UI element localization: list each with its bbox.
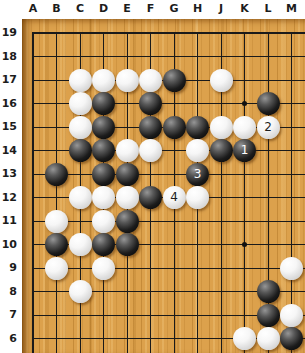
black-stone-M6[interactable]	[280, 327, 303, 350]
row-label-18: 18	[0, 49, 17, 65]
black-stone-L7[interactable]	[257, 304, 280, 327]
white-stone-C10[interactable]	[69, 233, 92, 256]
column-label-G: G	[164, 1, 184, 17]
black-stone-J14[interactable]	[210, 139, 233, 162]
grid-horizontal-line	[32, 221, 305, 222]
black-stone-L16[interactable]	[257, 92, 280, 115]
row-label-15: 15	[0, 119, 17, 135]
column-label-C: C	[70, 1, 90, 17]
black-stone-L8[interactable]	[257, 280, 280, 303]
black-stone-B13[interactable]	[45, 163, 68, 186]
row-label-6: 6	[0, 331, 17, 347]
row-label-8: 8	[0, 284, 17, 300]
white-stone-F14[interactable]	[139, 139, 162, 162]
grid-horizontal-line	[32, 56, 305, 57]
row-label-17: 17	[0, 72, 17, 88]
black-stone-B10[interactable]	[45, 233, 68, 256]
white-stone-M9[interactable]	[280, 257, 303, 280]
row-label-11: 11	[0, 213, 17, 229]
black-stone-D15[interactable]	[92, 116, 115, 139]
white-stone-E14[interactable]	[116, 139, 139, 162]
black-stone-K14[interactable]: 1	[233, 139, 256, 162]
black-stone-D10[interactable]	[92, 233, 115, 256]
white-stone-F17[interactable]	[139, 69, 162, 92]
black-stone-E11[interactable]	[116, 210, 139, 233]
row-label-16: 16	[0, 96, 17, 112]
move-number-label: 3	[194, 163, 202, 186]
white-stone-D11[interactable]	[92, 210, 115, 233]
grid-horizontal-line	[32, 174, 305, 175]
grid-horizontal-line	[32, 32, 305, 34]
move-number-label: 2	[264, 116, 272, 139]
go-board-app: ABCDEFGHJKLM1918171615141312111098762134	[0, 0, 305, 353]
white-stone-D12[interactable]	[92, 186, 115, 209]
white-stone-C15[interactable]	[69, 116, 92, 139]
black-stone-G17[interactable]	[163, 69, 186, 92]
white-stone-J15[interactable]	[210, 116, 233, 139]
white-stone-K6[interactable]	[233, 327, 256, 350]
column-label-K: K	[235, 1, 255, 17]
white-stone-E17[interactable]	[116, 69, 139, 92]
row-label-12: 12	[0, 190, 17, 206]
star-point-K10	[242, 242, 247, 247]
board-layer: ABCDEFGHJKLM1918171615141312111098762134	[0, 0, 305, 353]
black-stone-C14[interactable]	[69, 139, 92, 162]
white-stone-D17[interactable]	[92, 69, 115, 92]
row-label-10: 10	[0, 237, 17, 253]
white-stone-L15[interactable]: 2	[257, 116, 280, 139]
white-stone-H14[interactable]	[186, 139, 209, 162]
white-stone-B9[interactable]	[45, 257, 68, 280]
white-stone-K15[interactable]	[233, 116, 256, 139]
white-stone-C16[interactable]	[69, 92, 92, 115]
row-label-9: 9	[0, 260, 17, 276]
white-stone-C17[interactable]	[69, 69, 92, 92]
white-stone-J17[interactable]	[210, 69, 233, 92]
black-stone-F15[interactable]	[139, 116, 162, 139]
row-label-7: 7	[0, 307, 17, 323]
move-number-label: 1	[241, 139, 249, 162]
column-label-L: L	[258, 1, 278, 17]
column-label-E: E	[117, 1, 137, 17]
white-stone-H12[interactable]	[186, 186, 209, 209]
black-stone-D16[interactable]	[92, 92, 115, 115]
grid-horizontal-line	[32, 268, 305, 269]
black-stone-E10[interactable]	[116, 233, 139, 256]
black-stone-F16[interactable]	[139, 92, 162, 115]
white-stone-D9[interactable]	[92, 257, 115, 280]
column-label-D: D	[94, 1, 114, 17]
move-number-label: 4	[170, 186, 178, 209]
white-stone-L6[interactable]	[257, 327, 280, 350]
black-stone-H13[interactable]: 3	[186, 163, 209, 186]
white-stone-C12[interactable]	[69, 186, 92, 209]
star-point-K16	[242, 101, 247, 106]
column-label-A: A	[23, 1, 43, 17]
white-stone-M7[interactable]	[280, 304, 303, 327]
column-label-M: M	[282, 1, 302, 17]
column-label-J: J	[211, 1, 231, 17]
row-label-14: 14	[0, 143, 17, 159]
column-label-B: B	[47, 1, 67, 17]
row-label-13: 13	[0, 166, 17, 182]
white-stone-B11[interactable]	[45, 210, 68, 233]
black-stone-E13[interactable]	[116, 163, 139, 186]
black-stone-D14[interactable]	[92, 139, 115, 162]
black-stone-F12[interactable]	[139, 186, 162, 209]
black-stone-H15[interactable]	[186, 116, 209, 139]
column-label-H: H	[188, 1, 208, 17]
white-stone-E12[interactable]	[116, 186, 139, 209]
white-stone-C8[interactable]	[69, 280, 92, 303]
black-stone-D13[interactable]	[92, 163, 115, 186]
column-label-F: F	[141, 1, 161, 17]
black-stone-G15[interactable]	[163, 116, 186, 139]
white-stone-G12[interactable]: 4	[163, 186, 186, 209]
row-label-19: 19	[0, 25, 17, 41]
